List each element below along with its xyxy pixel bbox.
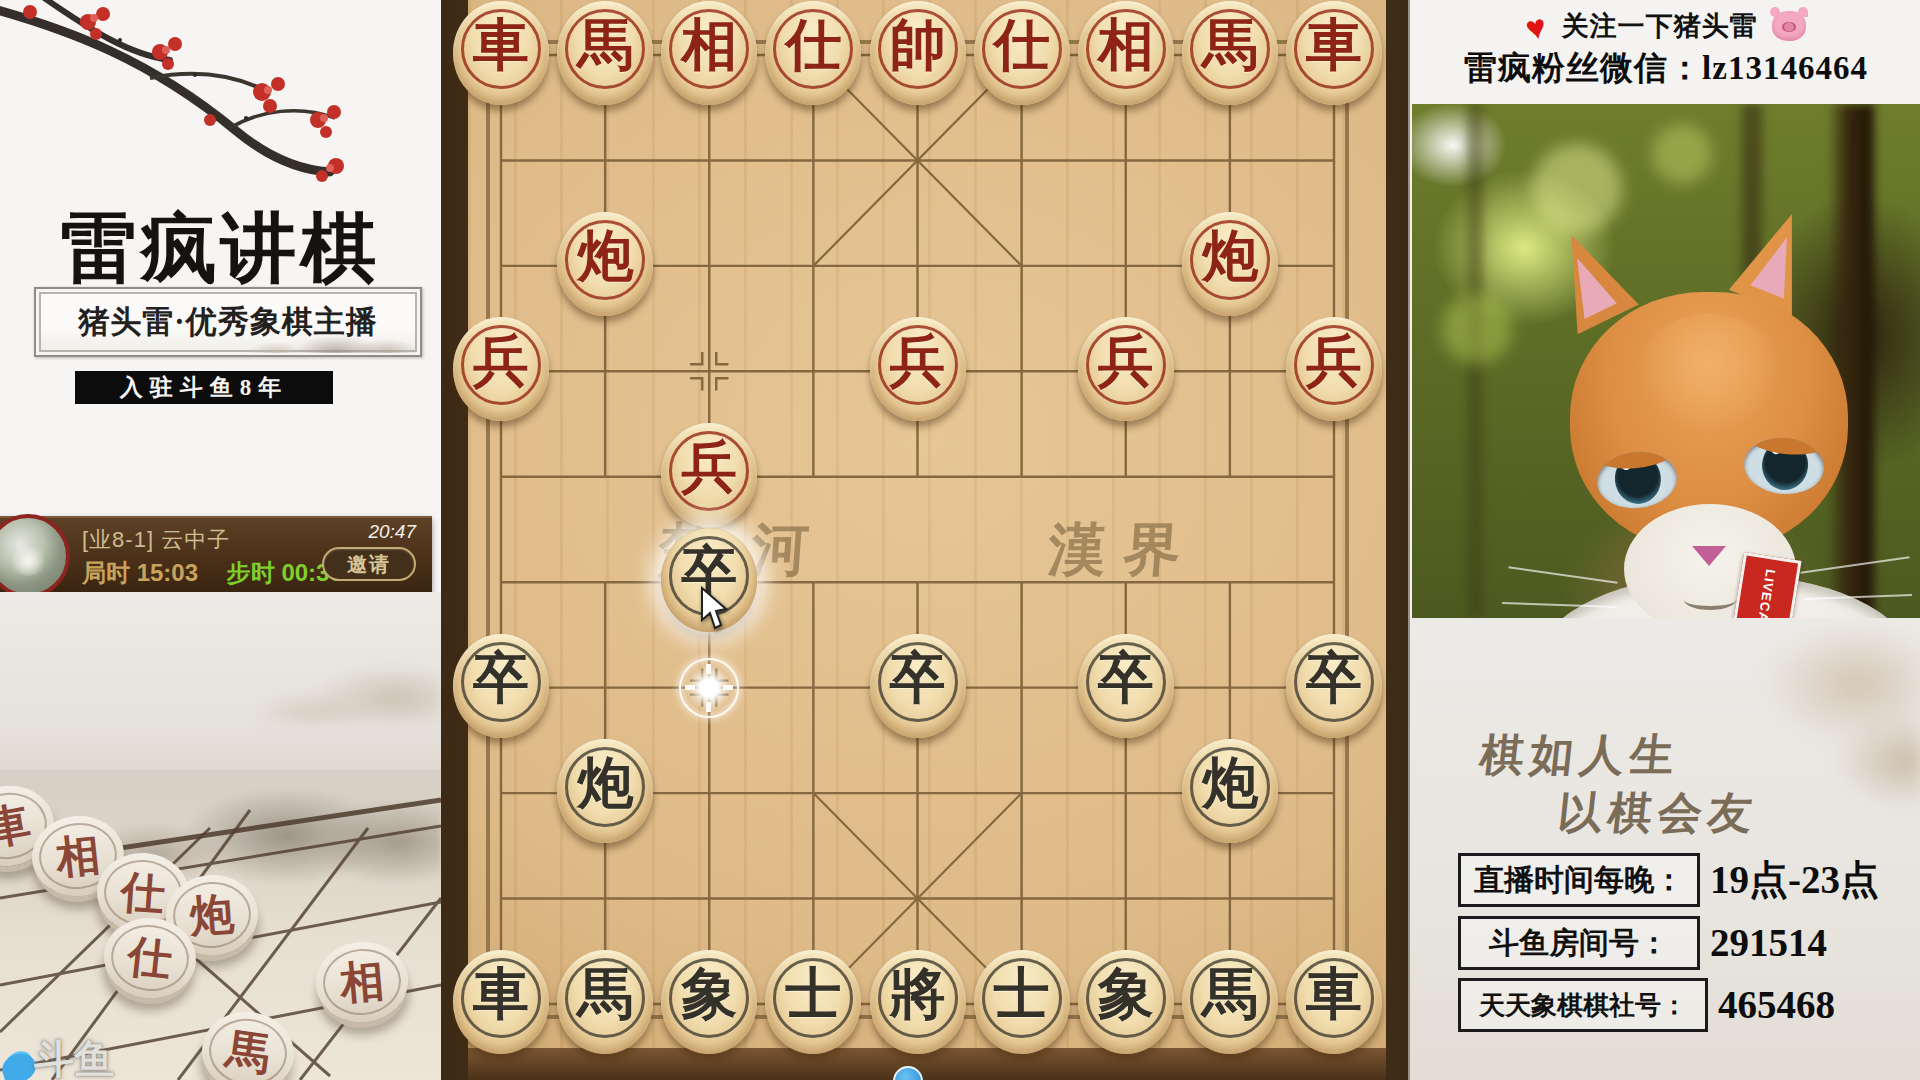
- channel-title: 雷疯讲棋: [0, 198, 441, 301]
- piece-glyph: 象: [1078, 961, 1174, 1027]
- piece-炮-h2[interactable]: 炮: [1182, 212, 1278, 316]
- piece-glyph: 車: [453, 12, 549, 78]
- slogan-line2: 以棋会友: [1555, 784, 1761, 843]
- club-label: 天天象棋棋社号：: [1458, 978, 1708, 1032]
- piece-相-g0[interactable]: 相: [1078, 1, 1174, 105]
- piece-glyph: 兵: [453, 328, 549, 394]
- room-number-row: 斗鱼房间号：291514: [1458, 916, 1827, 970]
- piece-炮-h7[interactable]: 炮: [1182, 739, 1278, 843]
- piece-glyph: 卒: [453, 645, 549, 711]
- piece-車-a0[interactable]: 車: [453, 1, 549, 105]
- seniority-banner: 入驻斗鱼8年: [75, 371, 333, 404]
- piece-車-a9[interactable]: 車: [453, 950, 549, 1054]
- piece-glyph: 馬: [1182, 961, 1278, 1027]
- ink-mountains-decoration: [216, 319, 416, 353]
- schedule-row: 直播时间每晚：19点-23点: [1458, 853, 1879, 907]
- club-value: 465468: [1718, 978, 1835, 1032]
- info-footer: 棋如人生 以棋会友 直播时间每晚：19点-23点 斗鱼房间号：291514 天天…: [1410, 618, 1920, 1080]
- piece-卒-g6[interactable]: 卒: [1078, 634, 1174, 738]
- piece-士-d9[interactable]: 士: [765, 950, 861, 1054]
- follow-line: ♥关注一下猪头雷: [1410, 8, 1920, 47]
- ink-wash-band: [0, 592, 441, 780]
- follow-text: 关注一下猪头雷: [1562, 11, 1758, 41]
- piece-兵-a3[interactable]: 兵: [453, 317, 549, 421]
- piece-glyph: 帥: [870, 12, 966, 78]
- heart-icon: ♥: [1523, 6, 1552, 49]
- piece-士-f9[interactable]: 士: [974, 950, 1070, 1054]
- piece-glyph: 仕: [765, 12, 861, 78]
- piece-卒-e6[interactable]: 卒: [870, 634, 966, 738]
- piece-馬-b0[interactable]: 馬: [557, 1, 653, 105]
- piece-glyph: 兵: [661, 434, 757, 500]
- plum-blossom-art: [0, 0, 441, 215]
- piece-車-i9[interactable]: 車: [1286, 950, 1382, 1054]
- piece-glyph: 炮: [557, 750, 653, 816]
- piece-glyph: 相: [661, 12, 757, 78]
- piece-glyph: 炮: [1182, 223, 1278, 289]
- piece-象-g9[interactable]: 象: [1078, 950, 1174, 1054]
- cat-nose: [1692, 546, 1726, 566]
- piece-glyph: 馬: [1182, 12, 1278, 78]
- left-panel: 雷疯讲棋 猪头雷·优秀象棋主播 入驻斗鱼8年 [业8-1] 云中子 局时 15:…: [0, 0, 441, 1080]
- timers: 局时 15:03 步时 00:30: [82, 557, 343, 589]
- mouse-cursor: [699, 586, 733, 632]
- follow-header: ♥关注一下猪头雷 雷疯粉丝微信：lz13146464: [1410, 0, 1920, 104]
- mascot-cat-scene: LIVECAT: [1412, 104, 1920, 618]
- piece-兵-g3[interactable]: 兵: [1078, 317, 1174, 421]
- board-grid: [441, 0, 1415, 1080]
- game-time: 局时 15:03: [82, 559, 198, 586]
- piece-車-i0[interactable]: 車: [1286, 1, 1382, 105]
- marker-glow: [686, 665, 732, 711]
- piece-glyph: 象: [661, 961, 757, 1027]
- piece-卒-a6[interactable]: 卒: [453, 634, 549, 738]
- piece-glyph: 兵: [1286, 328, 1382, 394]
- piece-仕-d0[interactable]: 仕: [765, 1, 861, 105]
- piece-兵-i3[interactable]: 兵: [1286, 317, 1382, 421]
- piece-馬-h0[interactable]: 馬: [1182, 1, 1278, 105]
- piece-glyph: 炮: [1182, 750, 1278, 816]
- piece-glyph: 仕: [974, 12, 1070, 78]
- opponent-info-bar: [业8-1] 云中子 局时 15:03 步时 00:30 20:47 邀请: [0, 516, 432, 592]
- piece-glyph: 將: [870, 961, 966, 1027]
- douyu-watermark-text: 斗鱼: [34, 1032, 114, 1080]
- piece-將-e9[interactable]: 將: [870, 950, 966, 1054]
- club-number-row: 天天象棋棋社号：465468: [1458, 978, 1835, 1032]
- piece-兵-e3[interactable]: 兵: [870, 317, 966, 421]
- piece-glyph: 卒: [1286, 645, 1382, 711]
- xiangqi-board: 楚河 漢界 車馬相仕帥仕相馬車炮炮兵兵兵兵兵卒卒卒卒卒炮炮車馬象士將士象馬車: [441, 0, 1415, 1080]
- pig-icon: [1772, 11, 1806, 41]
- douyu-watermark: 斗鱼: [2, 1032, 162, 1080]
- piece-glyph: 卒: [1078, 645, 1174, 711]
- subtitle-box: 猪头雷·优秀象棋主播: [34, 287, 422, 357]
- right-panel: ♥关注一下猪头雷 雷疯粉丝微信：lz13146464: [1408, 0, 1920, 1080]
- piece-相-c0[interactable]: 相: [661, 1, 757, 105]
- tree-trunk: [1830, 104, 1874, 618]
- wall-clock: 20:47: [368, 521, 416, 543]
- wechat-line: 雷疯粉丝微信：lz13146464: [1410, 46, 1920, 91]
- river-text-right: 漢界: [1047, 512, 1201, 576]
- schedule-value: 19点-23点: [1710, 853, 1879, 907]
- piece-glyph: 馬: [557, 961, 653, 1027]
- stream-screenshot: 雷疯讲棋 猪头雷·优秀象棋主播 入驻斗鱼8年 [业8-1] 云中子 局时 15:…: [0, 0, 1920, 1080]
- piece-glyph: 卒: [870, 645, 966, 711]
- room-value: 291514: [1710, 916, 1827, 970]
- piece-glyph: 士: [974, 961, 1070, 1027]
- invite-button[interactable]: 邀请: [322, 547, 416, 581]
- slogan-line1: 棋如人生: [1477, 726, 1683, 785]
- piece-象-c9[interactable]: 象: [661, 950, 757, 1054]
- schedule-label: 直播时间每晚：: [1458, 853, 1700, 907]
- last-move-from-marker: [679, 658, 739, 718]
- piece-glyph: 兵: [870, 328, 966, 394]
- piece-仕-f0[interactable]: 仕: [974, 1, 1070, 105]
- piece-glyph: 兵: [1078, 328, 1174, 394]
- piece-馬-h9[interactable]: 馬: [1182, 950, 1278, 1054]
- piece-卒-i6[interactable]: 卒: [1286, 634, 1382, 738]
- piece-glyph: 馬: [557, 12, 653, 78]
- piece-glyph: 相: [1078, 12, 1174, 78]
- piece-炮-b7[interactable]: 炮: [557, 739, 653, 843]
- piece-glyph: 車: [1286, 12, 1382, 78]
- piece-glyph: 車: [453, 961, 549, 1027]
- piece-glyph: 炮: [557, 223, 653, 289]
- piece-glyph: 車: [1286, 961, 1382, 1027]
- opponent-name: [业8-1] 云中子: [82, 525, 230, 555]
- piece-馬-b9[interactable]: 馬: [557, 950, 653, 1054]
- piece-帥-e0[interactable]: 帥: [870, 1, 966, 105]
- piece-glyph: 士: [765, 961, 861, 1027]
- piece-兵-c4[interactable]: 兵: [661, 423, 757, 527]
- room-label: 斗鱼房间号：: [1458, 916, 1700, 970]
- piece-炮-b2[interactable]: 炮: [557, 212, 653, 316]
- opponent-avatar[interactable]: [0, 514, 70, 598]
